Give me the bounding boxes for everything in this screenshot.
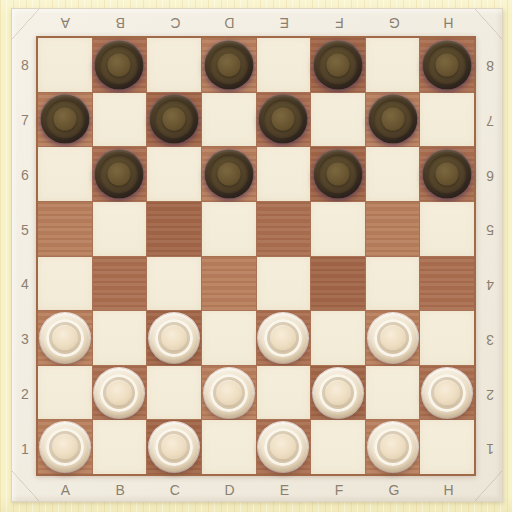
rank-label-4: 4 [12, 257, 38, 312]
rank-label-1: 1 [12, 421, 38, 476]
rank-label-5: 5 [12, 202, 38, 257]
light-piece-H2[interactable] [422, 368, 472, 418]
file-label-E: E [257, 478, 312, 501]
square-E8[interactable] [257, 38, 311, 92]
square-F2[interactable] [311, 366, 365, 420]
file-label-B: B [93, 9, 148, 37]
square-C2[interactable] [147, 366, 201, 420]
square-G4[interactable] [366, 257, 420, 311]
dark-piece-F8[interactable] [313, 40, 362, 89]
rank-label-4: 4 [478, 257, 502, 312]
rank-label-6: 6 [12, 148, 38, 203]
square-A8[interactable] [38, 38, 92, 92]
checkers-board: ABCDEFGH ABCDEFGH 87654321 87654321 [11, 8, 503, 502]
square-D3[interactable] [202, 311, 256, 365]
file-label-B: B [93, 478, 148, 501]
square-A3[interactable] [38, 311, 92, 365]
square-B2[interactable] [93, 366, 147, 420]
square-A7[interactable] [38, 93, 92, 147]
rank-label-7: 7 [478, 93, 502, 148]
dark-piece-E7[interactable] [259, 95, 308, 144]
file-labels-top: ABCDEFGH [38, 9, 476, 37]
dark-piece-C7[interactable] [150, 95, 199, 144]
rank-label-3: 3 [12, 312, 38, 367]
square-C6[interactable] [147, 147, 201, 201]
dark-piece-B8[interactable] [95, 40, 144, 89]
file-label-H: H [421, 478, 476, 501]
square-E1[interactable] [257, 420, 311, 474]
file-label-G: G [367, 478, 422, 501]
square-B7[interactable] [93, 93, 147, 147]
square-E4[interactable] [257, 257, 311, 311]
rank-label-2: 2 [478, 367, 502, 422]
file-label-A: A [38, 478, 93, 501]
square-F5[interactable] [311, 202, 365, 256]
frame-miter-top-left [12, 9, 39, 39]
dark-piece-D6[interactable] [204, 150, 253, 199]
light-piece-C3[interactable] [149, 313, 199, 363]
square-D7[interactable] [202, 93, 256, 147]
light-piece-E3[interactable] [258, 313, 308, 363]
rank-label-6: 6 [478, 148, 502, 203]
square-A4[interactable] [38, 257, 92, 311]
square-C3[interactable] [147, 311, 201, 365]
square-A5[interactable] [38, 202, 92, 256]
square-F1[interactable] [311, 420, 365, 474]
square-D1[interactable] [202, 420, 256, 474]
rank-label-8: 8 [478, 38, 502, 93]
dark-piece-H6[interactable] [423, 150, 472, 199]
square-F3[interactable] [311, 311, 365, 365]
square-H4[interactable] [420, 257, 474, 311]
square-B6[interactable] [93, 147, 147, 201]
rank-label-8: 8 [12, 38, 38, 93]
square-G2[interactable] [366, 366, 420, 420]
light-piece-E1[interactable] [258, 422, 308, 472]
square-B1[interactable] [93, 420, 147, 474]
file-label-C: C [148, 478, 203, 501]
square-F6[interactable] [311, 147, 365, 201]
square-E3[interactable] [257, 311, 311, 365]
square-D2[interactable] [202, 366, 256, 420]
file-label-D: D [202, 478, 257, 501]
square-F4[interactable] [311, 257, 365, 311]
file-label-F: F [312, 9, 367, 37]
light-piece-F2[interactable] [313, 368, 363, 418]
square-C8[interactable] [147, 38, 201, 92]
dark-piece-A7[interactable] [40, 95, 89, 144]
dark-piece-G7[interactable] [368, 95, 417, 144]
square-G7[interactable] [366, 93, 420, 147]
board-photo-background: ABCDEFGH ABCDEFGH 87654321 87654321 [0, 0, 512, 512]
square-D6[interactable] [202, 147, 256, 201]
square-B5[interactable] [93, 202, 147, 256]
dark-piece-B6[interactable] [95, 150, 144, 199]
square-G8[interactable] [366, 38, 420, 92]
square-G3[interactable] [366, 311, 420, 365]
rank-label-3: 3 [478, 312, 502, 367]
frame-miter-top-right [475, 9, 502, 39]
square-D4[interactable] [202, 257, 256, 311]
rank-labels-right: 87654321 [478, 38, 502, 476]
file-label-C: C [148, 9, 203, 37]
rank-label-5: 5 [478, 202, 502, 257]
rank-label-1: 1 [478, 421, 502, 476]
square-B8[interactable] [93, 38, 147, 92]
light-piece-A3[interactable] [40, 313, 90, 363]
square-H2[interactable] [420, 366, 474, 420]
square-C5[interactable] [147, 202, 201, 256]
square-F8[interactable] [311, 38, 365, 92]
square-F7[interactable] [311, 93, 365, 147]
file-label-G: G [367, 9, 422, 37]
square-A1[interactable] [38, 420, 92, 474]
light-piece-B2[interactable] [94, 368, 144, 418]
light-piece-C1[interactable] [149, 422, 199, 472]
file-label-H: H [421, 9, 476, 37]
square-E6[interactable] [257, 147, 311, 201]
square-A6[interactable] [38, 147, 92, 201]
light-piece-D2[interactable] [204, 368, 254, 418]
file-label-F: F [312, 478, 367, 501]
light-piece-G1[interactable] [368, 422, 418, 472]
playing-area [36, 36, 476, 476]
square-D5[interactable] [202, 202, 256, 256]
rank-label-2: 2 [12, 367, 38, 422]
dark-piece-H8[interactable] [423, 40, 472, 89]
light-piece-A1[interactable] [40, 422, 90, 472]
square-H7[interactable] [420, 93, 474, 147]
square-B3[interactable] [93, 311, 147, 365]
square-D8[interactable] [202, 38, 256, 92]
square-H1[interactable] [420, 420, 474, 474]
square-C7[interactable] [147, 93, 201, 147]
light-piece-G3[interactable] [368, 313, 418, 363]
rank-labels-left: 87654321 [12, 38, 38, 476]
square-H3[interactable] [420, 311, 474, 365]
square-G1[interactable] [366, 420, 420, 474]
file-label-A: A [38, 9, 93, 37]
file-label-E: E [257, 9, 312, 37]
dark-piece-D8[interactable] [204, 40, 253, 89]
square-E7[interactable] [257, 93, 311, 147]
file-label-D: D [202, 9, 257, 37]
square-H6[interactable] [420, 147, 474, 201]
square-B4[interactable] [93, 257, 147, 311]
square-C4[interactable] [147, 257, 201, 311]
square-G6[interactable] [366, 147, 420, 201]
file-labels-bottom: ABCDEFGH [38, 478, 476, 501]
square-H5[interactable] [420, 202, 474, 256]
dark-piece-F6[interactable] [313, 150, 362, 199]
square-H8[interactable] [420, 38, 474, 92]
square-E2[interactable] [257, 366, 311, 420]
square-A2[interactable] [38, 366, 92, 420]
square-C1[interactable] [147, 420, 201, 474]
square-G5[interactable] [366, 202, 420, 256]
rank-label-7: 7 [12, 93, 38, 148]
square-E5[interactable] [257, 202, 311, 256]
